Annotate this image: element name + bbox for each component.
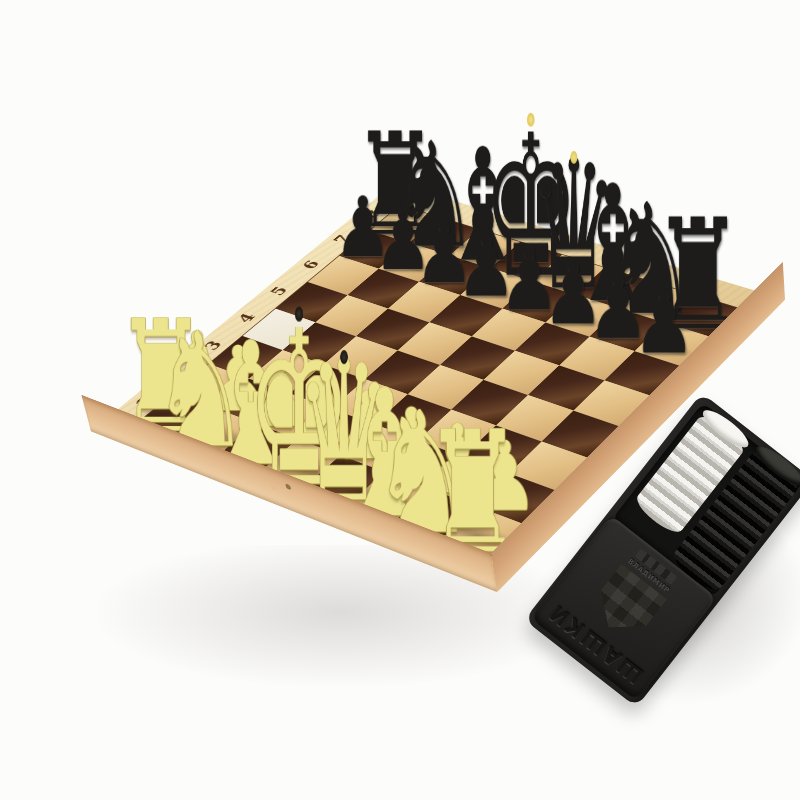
rank-label-left-6: 6 bbox=[297, 258, 324, 271]
white-checker-top bbox=[698, 405, 753, 453]
product-photo-stage: abcdefgh1122334455667788♜♞♝♚♛♝♞♜♟♟♟♟♟♟♟♟… bbox=[0, 0, 800, 800]
black-pawn[interactable]: ♟ bbox=[629, 277, 699, 367]
black-checker-top bbox=[751, 441, 800, 490]
